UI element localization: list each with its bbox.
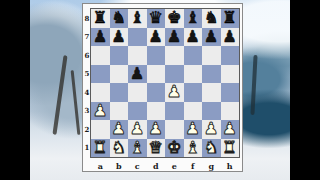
square-c8[interactable]: ♝ — [128, 9, 147, 28]
chess-board: 87654321 ♜♞♝♛♚♝♞♜♟♟♟♟♟♟♟♟♟♟♟♟♟♟♟♟♜♞♝♛♚♝♞… — [82, 3, 243, 172]
piece-black-pawn: ♟ — [148, 27, 163, 46]
square-d5[interactable] — [147, 65, 166, 84]
rank-label-4: 4 — [83, 83, 91, 102]
piece-white-pawn: ♟ — [204, 120, 219, 139]
rank-label-8: 8 — [83, 9, 91, 28]
piece-black-rook: ♜ — [93, 9, 108, 28]
square-a8[interactable]: ♜ — [91, 9, 110, 28]
file-label-a: a — [91, 159, 110, 172]
piece-white-pawn: ♟ — [93, 101, 108, 120]
piece-white-pawn: ♟ — [130, 120, 145, 139]
square-b1[interactable]: ♞ — [110, 139, 129, 158]
file-label-g: g — [202, 159, 221, 172]
piece-black-pawn: ♟ — [93, 27, 108, 46]
file-label-b: b — [110, 159, 129, 172]
file-label-d: d — [147, 159, 166, 172]
square-c7[interactable] — [128, 28, 147, 47]
square-a2[interactable] — [91, 120, 110, 139]
square-h4[interactable] — [221, 83, 240, 102]
piece-black-pawn: ♟ — [204, 27, 219, 46]
piece-black-pawn: ♟ — [185, 27, 200, 46]
square-f1[interactable]: ♝ — [184, 139, 203, 158]
file-label-h: h — [221, 159, 240, 172]
tree-trunk — [52, 55, 67, 135]
file-label-f: f — [184, 159, 203, 172]
letterbox-right-bar — [290, 0, 320, 180]
square-d4[interactable] — [147, 83, 166, 102]
square-h1[interactable]: ♜ — [221, 139, 240, 158]
piece-black-pawn: ♟ — [111, 27, 126, 46]
square-a7[interactable]: ♟ — [91, 28, 110, 47]
square-g8[interactable]: ♞ — [202, 9, 221, 28]
piece-black-pawn: ♟ — [130, 64, 145, 83]
square-h8[interactable]: ♜ — [221, 9, 240, 28]
square-e8[interactable]: ♚ — [165, 9, 184, 28]
piece-white-bishop: ♝ — [185, 138, 200, 157]
piece-white-knight: ♞ — [111, 138, 126, 157]
square-e1[interactable]: ♚ — [165, 139, 184, 158]
piece-black-knight: ♞ — [204, 9, 219, 28]
square-e6[interactable] — [165, 46, 184, 65]
piece-black-bishop: ♝ — [130, 9, 145, 28]
square-g1[interactable]: ♞ — [202, 139, 221, 158]
square-g4[interactable] — [202, 83, 221, 102]
piece-black-rook: ♜ — [222, 9, 237, 28]
rank-label-5: 5 — [83, 65, 91, 84]
square-f5[interactable] — [184, 65, 203, 84]
piece-white-rook: ♜ — [93, 138, 108, 157]
square-f3[interactable] — [184, 102, 203, 121]
square-f7[interactable]: ♟ — [184, 28, 203, 47]
square-a5[interactable] — [91, 65, 110, 84]
square-e4[interactable]: ♟ — [165, 83, 184, 102]
piece-white-queen: ♛ — [148, 138, 163, 157]
piece-black-queen: ♛ — [148, 9, 163, 28]
square-g3[interactable] — [202, 102, 221, 121]
square-h6[interactable] — [221, 46, 240, 65]
square-c4[interactable] — [128, 83, 147, 102]
square-c5[interactable]: ♟ — [128, 65, 147, 84]
square-h7[interactable]: ♟ — [221, 28, 240, 47]
piece-black-bishop: ♝ — [185, 9, 200, 28]
piece-black-pawn: ♟ — [167, 27, 182, 46]
piece-white-pawn: ♟ — [185, 120, 200, 139]
square-c2[interactable]: ♟ — [128, 120, 147, 139]
square-c6[interactable] — [128, 46, 147, 65]
square-c1[interactable]: ♝ — [128, 139, 147, 158]
piece-black-pawn: ♟ — [222, 27, 237, 46]
tree-trunk — [71, 70, 81, 135]
file-label-c: c — [128, 159, 147, 172]
tree-trunk — [250, 55, 257, 115]
square-h5[interactable] — [221, 65, 240, 84]
rank-label-1: 1 — [83, 139, 91, 158]
square-a1[interactable]: ♜ — [91, 139, 110, 158]
piece-black-king: ♚ — [167, 9, 182, 28]
square-f4[interactable] — [184, 83, 203, 102]
square-c3[interactable] — [128, 102, 147, 121]
square-d7[interactable]: ♟ — [147, 28, 166, 47]
rank-label-7: 7 — [83, 28, 91, 47]
square-a3[interactable]: ♟ — [91, 102, 110, 121]
square-e5[interactable] — [165, 65, 184, 84]
piece-white-bishop: ♝ — [130, 138, 145, 157]
square-f6[interactable] — [184, 46, 203, 65]
square-f2[interactable]: ♟ — [184, 120, 203, 139]
square-d1[interactable]: ♛ — [147, 139, 166, 158]
file-labels: abcdefgh — [91, 159, 239, 172]
rank-labels: 87654321 — [83, 9, 91, 157]
piece-white-knight: ♞ — [204, 138, 219, 157]
rank-label-3: 3 — [83, 102, 91, 121]
piece-white-pawn: ♟ — [111, 120, 126, 139]
piece-white-rook: ♜ — [222, 138, 237, 157]
piece-white-pawn: ♟ — [167, 83, 182, 102]
square-g7[interactable]: ♟ — [202, 28, 221, 47]
square-g5[interactable] — [202, 65, 221, 84]
square-b2[interactable]: ♟ — [110, 120, 129, 139]
square-e3[interactable] — [165, 102, 184, 121]
square-g2[interactable]: ♟ — [202, 120, 221, 139]
square-b3[interactable] — [110, 102, 129, 121]
square-f8[interactable]: ♝ — [184, 9, 203, 28]
square-h3[interactable] — [221, 102, 240, 121]
square-d2[interactable]: ♟ — [147, 120, 166, 139]
square-a6[interactable] — [91, 46, 110, 65]
video-frame: { "game": "chess", "scene": "chess openi… — [0, 0, 320, 180]
square-b7[interactable]: ♟ — [110, 28, 129, 47]
square-b5[interactable] — [110, 65, 129, 84]
rank-label-2: 2 — [83, 120, 91, 139]
board-squares: ♜♞♝♛♚♝♞♜♟♟♟♟♟♟♟♟♟♟♟♟♟♟♟♟♜♞♝♛♚♝♞♜ — [91, 9, 239, 157]
file-label-e: e — [165, 159, 184, 172]
piece-white-pawn: ♟ — [148, 120, 163, 139]
square-a4[interactable] — [91, 83, 110, 102]
piece-white-king: ♚ — [167, 138, 182, 157]
square-d8[interactable]: ♛ — [147, 9, 166, 28]
square-e2[interactable] — [165, 120, 184, 139]
square-b8[interactable]: ♞ — [110, 9, 129, 28]
letterbox-left-bar — [0, 0, 30, 180]
square-e7[interactable]: ♟ — [165, 28, 184, 47]
square-h2[interactable]: ♟ — [221, 120, 240, 139]
rank-label-6: 6 — [83, 46, 91, 65]
square-b4[interactable] — [110, 83, 129, 102]
square-d6[interactable] — [147, 46, 166, 65]
square-g6[interactable] — [202, 46, 221, 65]
piece-white-pawn: ♟ — [222, 120, 237, 139]
piece-black-knight: ♞ — [111, 9, 126, 28]
square-b6[interactable] — [110, 46, 129, 65]
square-d3[interactable] — [147, 102, 166, 121]
